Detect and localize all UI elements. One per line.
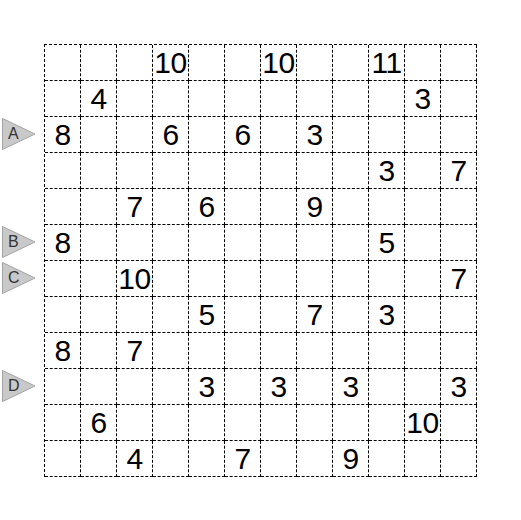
cell-r12c10[interactable]: [369, 441, 405, 477]
cell-r9c5[interactable]: [189, 333, 225, 369]
cell-r6c1[interactable]: 8: [45, 225, 81, 261]
cell-r12c8[interactable]: [297, 441, 333, 477]
cell-r9c11[interactable]: [405, 333, 441, 369]
cell-r8c1[interactable]: [45, 297, 81, 333]
cell-r7c4[interactable]: [153, 261, 189, 297]
cell-r8c6[interactable]: [225, 297, 261, 333]
cell-r1c9[interactable]: [333, 45, 369, 81]
cell-r9c1[interactable]: 8: [45, 333, 81, 369]
given-number: 7: [450, 156, 466, 186]
cell-r5c4[interactable]: [153, 189, 189, 225]
cell-r12c11[interactable]: [405, 441, 441, 477]
cell-r2c8[interactable]: [297, 81, 333, 117]
cell-r1c4[interactable]: 10: [153, 45, 189, 81]
given-number: 7: [126, 336, 142, 366]
cell-r2c7[interactable]: [261, 81, 297, 117]
cell-r9c12[interactable]: [441, 333, 477, 369]
cell-r3c12[interactable]: [441, 117, 477, 153]
cell-r6c11[interactable]: [405, 225, 441, 261]
cell-r5c12[interactable]: [441, 189, 477, 225]
cell-r3c10[interactable]: [369, 117, 405, 153]
given-number: 4: [90, 84, 106, 114]
cell-r6c7[interactable]: [261, 225, 297, 261]
cell-r10c8[interactable]: [297, 369, 333, 405]
cell-r4c2[interactable]: [81, 153, 117, 189]
arrow-label: C: [8, 270, 20, 286]
cell-r2c9[interactable]: [333, 81, 369, 117]
cell-r10c4[interactable]: [153, 369, 189, 405]
cell-r3c3[interactable]: [117, 117, 153, 153]
cell-r12c6[interactable]: 7: [225, 441, 261, 477]
given-number: 3: [378, 300, 394, 330]
fillomino-board: 1010114386633776985107573873333610479: [44, 44, 477, 477]
cell-r11c9[interactable]: [333, 405, 369, 441]
cell-r7c3[interactable]: 10: [117, 261, 153, 297]
arrow-label: B: [8, 234, 19, 250]
cell-r4c7[interactable]: [261, 153, 297, 189]
cell-r2c12[interactable]: [441, 81, 477, 117]
cell-r2c3[interactable]: [117, 81, 153, 117]
cell-r9c8[interactable]: [297, 333, 333, 369]
given-number: 6: [234, 120, 250, 150]
given-number: 6: [198, 192, 214, 222]
cell-r3c6[interactable]: 6: [225, 117, 261, 153]
given-number: 10: [406, 408, 438, 438]
cell-r4c11[interactable]: [405, 153, 441, 189]
cell-r7c12[interactable]: 7: [441, 261, 477, 297]
cell-r11c12[interactable]: [441, 405, 477, 441]
cell-r8c2[interactable]: [81, 297, 117, 333]
cell-r5c8[interactable]: 9: [297, 189, 333, 225]
cell-r3c2[interactable]: [81, 117, 117, 153]
cell-r12c3[interactable]: 4: [117, 441, 153, 477]
cell-r9c3[interactable]: 7: [117, 333, 153, 369]
cell-r9c10[interactable]: [369, 333, 405, 369]
cell-r2c11[interactable]: 3: [405, 81, 441, 117]
cell-r8c12[interactable]: [441, 297, 477, 333]
cell-r4c6[interactable]: [225, 153, 261, 189]
cell-r8c3[interactable]: [117, 297, 153, 333]
cell-r6c2[interactable]: [81, 225, 117, 261]
cell-r11c8[interactable]: [297, 405, 333, 441]
cell-r8c11[interactable]: [405, 297, 441, 333]
cell-r6c10[interactable]: 5: [369, 225, 405, 261]
cell-r10c7[interactable]: 3: [261, 369, 297, 405]
cell-r6c6[interactable]: [225, 225, 261, 261]
cell-r7c2[interactable]: [81, 261, 117, 297]
cell-r6c5[interactable]: [189, 225, 225, 261]
cell-r1c6[interactable]: [225, 45, 261, 81]
cell-r6c12[interactable]: [441, 225, 477, 261]
given-number: 7: [450, 264, 466, 294]
row-arrow-d: D: [2, 370, 36, 402]
cell-r5c11[interactable]: [405, 189, 441, 225]
cell-r1c12[interactable]: [441, 45, 477, 81]
cell-r12c12[interactable]: [441, 441, 477, 477]
cell-r11c7[interactable]: [261, 405, 297, 441]
cell-r5c9[interactable]: [333, 189, 369, 225]
cell-r10c11[interactable]: [405, 369, 441, 405]
given-number: 6: [162, 120, 178, 150]
cell-r3c8[interactable]: 3: [297, 117, 333, 153]
puzzle-canvas: 1010114386633776985107573873333610479 AB…: [0, 0, 521, 520]
cell-r12c1[interactable]: [45, 441, 81, 477]
cell-r2c6[interactable]: [225, 81, 261, 117]
cell-r1c5[interactable]: [189, 45, 225, 81]
given-number: 3: [270, 372, 286, 402]
cell-r3c9[interactable]: [333, 117, 369, 153]
cell-r7c11[interactable]: [405, 261, 441, 297]
cell-r11c11[interactable]: 10: [405, 405, 441, 441]
given-number: 9: [306, 192, 322, 222]
cell-r9c6[interactable]: [225, 333, 261, 369]
cell-r4c8[interactable]: [297, 153, 333, 189]
cell-r8c10[interactable]: 3: [369, 297, 405, 333]
cell-r7c10[interactable]: [369, 261, 405, 297]
cell-r9c2[interactable]: [81, 333, 117, 369]
given-number: 8: [54, 120, 70, 150]
given-number: 3: [450, 372, 466, 402]
cell-r1c8[interactable]: [297, 45, 333, 81]
cell-r5c6[interactable]: [225, 189, 261, 225]
given-number: 10: [154, 48, 186, 78]
cell-r11c3[interactable]: [117, 405, 153, 441]
cell-r5c2[interactable]: [81, 189, 117, 225]
cell-r12c4[interactable]: [153, 441, 189, 477]
cell-r4c4[interactable]: [153, 153, 189, 189]
cell-r1c7[interactable]: 10: [261, 45, 297, 81]
arrow-label: D: [8, 378, 20, 394]
given-number: 7: [126, 192, 142, 222]
cell-r4c1[interactable]: [45, 153, 81, 189]
cell-r9c4[interactable]: [153, 333, 189, 369]
cell-r4c3[interactable]: [117, 153, 153, 189]
given-number: 8: [54, 336, 70, 366]
given-number: 3: [414, 84, 430, 114]
given-number: 5: [198, 300, 214, 330]
cell-r3c5[interactable]: [189, 117, 225, 153]
given-number: 3: [198, 372, 214, 402]
cell-r3c4[interactable]: 6: [153, 117, 189, 153]
row-arrow-b: B: [2, 226, 36, 258]
cell-r12c2[interactable]: [81, 441, 117, 477]
cell-r1c3[interactable]: [117, 45, 153, 81]
cell-r3c11[interactable]: [405, 117, 441, 153]
cell-r1c10[interactable]: 11: [369, 45, 405, 81]
cell-r2c10[interactable]: [369, 81, 405, 117]
given-number: 11: [371, 48, 401, 78]
cell-r12c9[interactable]: 9: [333, 441, 369, 477]
cell-r7c1[interactable]: [45, 261, 81, 297]
cell-r10c12[interactable]: 3: [441, 369, 477, 405]
cell-r11c5[interactable]: [189, 405, 225, 441]
cell-r7c6[interactable]: [225, 261, 261, 297]
given-number: 5: [378, 228, 394, 258]
cell-r10c9[interactable]: 3: [333, 369, 369, 405]
cell-r8c4[interactable]: [153, 297, 189, 333]
cell-r11c6[interactable]: [225, 405, 261, 441]
cell-r11c1[interactable]: [45, 405, 81, 441]
cell-r1c2[interactable]: [81, 45, 117, 81]
cell-r7c7[interactable]: [261, 261, 297, 297]
given-number: 8: [54, 228, 70, 258]
cell-r10c5[interactable]: 3: [189, 369, 225, 405]
cell-r8c5[interactable]: 5: [189, 297, 225, 333]
cell-r4c9[interactable]: [333, 153, 369, 189]
cell-r9c7[interactable]: [261, 333, 297, 369]
cell-r5c7[interactable]: [261, 189, 297, 225]
given-number: 7: [306, 300, 322, 330]
cell-r2c5[interactable]: [189, 81, 225, 117]
cell-r6c4[interactable]: [153, 225, 189, 261]
given-number: 3: [342, 372, 358, 402]
cell-r12c5[interactable]: [189, 441, 225, 477]
row-arrow-c: C: [2, 262, 36, 294]
cell-r5c5[interactable]: 6: [189, 189, 225, 225]
given-number: 3: [306, 120, 322, 150]
cell-r11c10[interactable]: [369, 405, 405, 441]
cell-r6c8[interactable]: [297, 225, 333, 261]
cell-r4c5[interactable]: [189, 153, 225, 189]
cell-r2c2[interactable]: 4: [81, 81, 117, 117]
row-arrow-a: A: [2, 118, 36, 150]
cell-r7c9[interactable]: [333, 261, 369, 297]
cell-r10c10[interactable]: [369, 369, 405, 405]
cell-r12c7[interactable]: [261, 441, 297, 477]
cell-r8c8[interactable]: 7: [297, 297, 333, 333]
cell-r2c4[interactable]: [153, 81, 189, 117]
cell-r1c11[interactable]: [405, 45, 441, 81]
given-number: 4: [126, 444, 142, 474]
cell-r11c2[interactable]: 6: [81, 405, 117, 441]
cell-r10c1[interactable]: [45, 369, 81, 405]
given-number: 7: [234, 444, 250, 474]
cell-r3c1[interactable]: 8: [45, 117, 81, 153]
cell-r10c6[interactable]: [225, 369, 261, 405]
cell-r2c1[interactable]: [45, 81, 81, 117]
cell-r7c5[interactable]: [189, 261, 225, 297]
cell-r6c9[interactable]: [333, 225, 369, 261]
cell-r10c3[interactable]: [117, 369, 153, 405]
given-number: 10: [262, 48, 294, 78]
cell-r1c1[interactable]: [45, 45, 81, 81]
given-number: 6: [90, 408, 106, 438]
cell-r11c4[interactable]: [153, 405, 189, 441]
cell-r4c12[interactable]: 7: [441, 153, 477, 189]
cell-r7c8[interactable]: [297, 261, 333, 297]
cell-r10c2[interactable]: [81, 369, 117, 405]
arrow-label: A: [8, 126, 19, 142]
given-number: 3: [378, 156, 394, 186]
given-number: 10: [118, 264, 150, 294]
cell-r4c10[interactable]: 3: [369, 153, 405, 189]
given-number: 9: [342, 444, 358, 474]
cell-r3c7[interactable]: [261, 117, 297, 153]
cell-r5c1[interactable]: [45, 189, 81, 225]
cell-r8c7[interactable]: [261, 297, 297, 333]
cell-r9c9[interactable]: [333, 333, 369, 369]
cell-r6c3[interactable]: [117, 225, 153, 261]
cell-r5c3[interactable]: 7: [117, 189, 153, 225]
cell-r8c9[interactable]: [333, 297, 369, 333]
cell-r5c10[interactable]: [369, 189, 405, 225]
